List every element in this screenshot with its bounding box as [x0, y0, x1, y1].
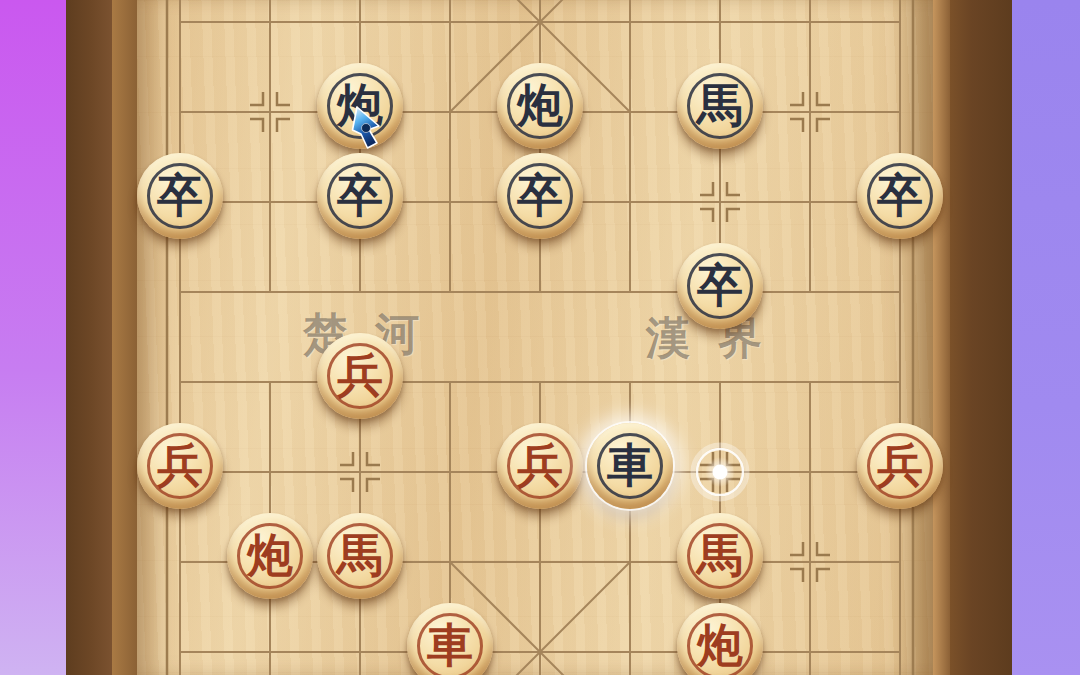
- piece-glyph: 兵: [337, 352, 383, 398]
- piece-glyph: 卒: [337, 172, 383, 218]
- piece-black-horse[interactable]: 馬: [677, 63, 763, 149]
- piece-red-soldier[interactable]: 兵: [497, 423, 583, 509]
- piece-black-soldier[interactable]: 卒: [677, 243, 763, 329]
- piece-black-soldier[interactable]: 卒: [497, 153, 583, 239]
- background-gradient-right: [1012, 0, 1080, 675]
- piece-black-soldier[interactable]: 卒: [137, 153, 223, 239]
- piece-glyph: 炮: [247, 532, 293, 578]
- board-frame-left: [66, 0, 112, 675]
- piece-glyph: 炮: [517, 82, 563, 128]
- piece-red-soldier[interactable]: 兵: [137, 423, 223, 509]
- piece-black-soldier[interactable]: 卒: [317, 153, 403, 239]
- piece-glyph: 馬: [337, 532, 383, 578]
- piece-black-cannon[interactable]: 炮: [317, 63, 403, 149]
- piece-glyph: 車: [607, 442, 653, 488]
- piece-glyph: 馬: [697, 82, 743, 128]
- piece-glyph: 兵: [517, 442, 563, 488]
- piece-glyph: 卒: [157, 172, 203, 218]
- piece-red-cannon[interactable]: 炮: [227, 513, 313, 599]
- piece-glyph: 兵: [877, 442, 923, 488]
- piece-black-chariot[interactable]: 車: [587, 423, 673, 509]
- piece-black-soldier[interactable]: 卒: [857, 153, 943, 239]
- piece-glyph: 炮: [337, 82, 383, 128]
- board-frame-bevel-left: [112, 0, 137, 675]
- background-gradient-left: [0, 0, 66, 675]
- board-frame-right: [950, 0, 1012, 675]
- piece-glyph: 炮: [697, 622, 743, 668]
- piece-red-horse[interactable]: 馬: [677, 513, 763, 599]
- piece-red-soldier[interactable]: 兵: [857, 423, 943, 509]
- piece-glyph: 卒: [697, 262, 743, 308]
- piece-glyph: 車: [427, 622, 473, 668]
- piece-red-soldier[interactable]: 兵: [317, 333, 403, 419]
- piece-glyph: 卒: [517, 172, 563, 218]
- piece-glyph: 兵: [157, 442, 203, 488]
- piece-red-cannon[interactable]: 炮: [677, 603, 763, 675]
- piece-glyph: 馬: [697, 532, 743, 578]
- pieces-layer: 炮炮馬卒卒卒卒卒兵兵兵車兵炮馬馬車炮: [135, 0, 945, 675]
- piece-red-chariot[interactable]: 車: [407, 603, 493, 675]
- piece-glyph: 卒: [877, 172, 923, 218]
- game-screen: 楚河 漢界 炮炮馬卒卒卒卒卒兵兵兵車兵炮馬馬車炮: [0, 0, 1080, 675]
- piece-black-cannon[interactable]: 炮: [497, 63, 583, 149]
- piece-red-horse[interactable]: 馬: [317, 513, 403, 599]
